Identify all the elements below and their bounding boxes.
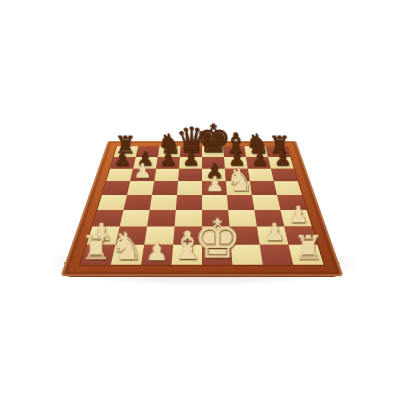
white-knight: ♞ [109, 229, 143, 264]
square-a4 [97, 195, 127, 210]
square-a7: ♟ [110, 157, 136, 169]
white-pawn: ♟ [288, 205, 309, 226]
chess-set: ♜♞♛♚♝♞♜♟♟♟♟♟♟♟♟♟♟♞♟♟♟♜♞♟♝♚♜ [89, 82, 315, 308]
square-c6 [154, 169, 179, 182]
square-a1: ♜ [80, 245, 115, 265]
square-e8: ♚ [202, 146, 224, 157]
square-b1: ♞ [111, 245, 145, 265]
square-f5: ♞ [226, 181, 252, 195]
square-b6: ♟ [130, 169, 156, 182]
white-pawn: ♟ [145, 240, 168, 263]
black-pawn: ♟ [159, 150, 176, 168]
square-c1: ♟ [141, 245, 173, 265]
black-pawn: ♟ [274, 150, 291, 168]
square-d5 [177, 181, 202, 195]
white-rook: ♜ [294, 234, 323, 264]
square-d6 [178, 169, 202, 182]
square-c5 [152, 181, 178, 195]
square-h1: ♜ [289, 245, 324, 265]
square-e1: ♚ [202, 245, 232, 265]
square-a6 [106, 169, 133, 182]
square-b5 [127, 181, 154, 195]
white-king: ♚ [193, 215, 241, 264]
square-d7: ♟ [179, 157, 202, 169]
square-c4 [150, 195, 177, 210]
photo-canvas: ♜♞♛♚♝♞♜♟♟♟♟♟♟♟♟♟♟♞♟♟♟♜♞♟♝♚♜ [0, 0, 400, 400]
square-g4 [252, 195, 280, 210]
square-h7: ♟ [268, 157, 294, 169]
white-rook: ♜ [81, 234, 110, 264]
square-g5 [250, 181, 277, 195]
square-g2: ♟ [257, 226, 289, 244]
board-frame: ♜♞♛♚♝♞♜♟♟♟♟♟♟♟♟♟♟♞♟♟♟♜♞♟♝♚♜ [61, 141, 344, 276]
white-pawn: ♟ [205, 175, 224, 194]
square-h5 [274, 181, 302, 195]
black-pawn: ♟ [113, 150, 130, 168]
black-pawn: ♟ [182, 150, 199, 168]
square-a5 [102, 181, 130, 195]
square-h6 [271, 169, 298, 182]
white-knight: ♞ [226, 166, 254, 194]
square-c7: ♟ [156, 157, 180, 169]
white-pawn: ♟ [133, 162, 151, 180]
chess-board: ♜♞♛♚♝♞♜♟♟♟♟♟♟♟♟♟♟♞♟♟♟♜♞♟♝♚♜ [80, 146, 323, 264]
square-b4 [124, 195, 152, 210]
white-pawn: ♟ [263, 222, 285, 244]
square-e5: ♟ [202, 181, 227, 195]
black-king: ♚ [196, 121, 231, 157]
